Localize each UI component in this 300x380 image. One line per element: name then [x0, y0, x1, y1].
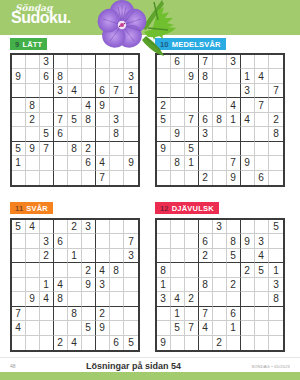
sudoku-cell-r4c1[interactable] — [12, 98, 26, 112]
sudoku-cell-r5c1: 1 — [157, 278, 171, 292]
sudoku-cell-r8c1[interactable] — [157, 156, 171, 170]
sudoku-cell-r9c6[interactable] — [82, 336, 96, 350]
sudoku-cell-r3c2[interactable] — [26, 84, 40, 98]
sudoku-cell-r8c7[interactable] — [241, 321, 255, 335]
sudoku-cell-r1c7[interactable] — [241, 55, 255, 69]
sudoku-cell-r4c8: 7 — [255, 98, 269, 112]
sudoku-cell-r8c6: 6 — [82, 156, 96, 170]
sudoku-cell-r8c1: 4 — [12, 321, 26, 335]
sudoku-cell-r1c3[interactable] — [40, 220, 54, 234]
sudoku-cell-r4c4[interactable] — [199, 263, 213, 277]
sudoku-cell-r2c7[interactable] — [96, 69, 110, 83]
sudoku-cell-r1c4[interactable] — [199, 220, 213, 234]
sudoku-cell-r8c5[interactable] — [213, 156, 227, 170]
sudoku-cell-r9c3[interactable] — [185, 336, 199, 350]
sudoku-cell-r7c3[interactable] — [40, 307, 54, 321]
sudoku-cell-r1c2[interactable] — [26, 55, 40, 69]
sudoku-cell-r9c3[interactable] — [185, 171, 199, 185]
sudoku-cell-r4c6: 4 — [82, 98, 96, 112]
sudoku-cell-r2c9[interactable] — [269, 69, 283, 83]
sudoku-cell-r7c1[interactable] — [157, 307, 171, 321]
sudoku-cell-r9c9[interactable] — [269, 336, 283, 350]
sudoku-cell-r1c8[interactable] — [255, 220, 269, 234]
sudoku-cell-r6c2: 9 — [171, 127, 185, 141]
sudoku-grid-djavulsk: 356893254825118233428176574192 — [155, 218, 285, 352]
sudoku-cell-r3c2[interactable] — [171, 249, 185, 263]
sudoku-cell-r5c6: 2 — [227, 278, 241, 292]
sudoku-cell-r2c1[interactable] — [157, 234, 171, 248]
sudoku-cell-r6c8[interactable] — [255, 127, 269, 141]
sudoku-cell-r8c8[interactable] — [255, 321, 269, 335]
sudoku-cell-r7c5: 8 — [68, 142, 82, 156]
sudoku-cell-r4c9[interactable] — [124, 98, 138, 112]
sudoku-cell-r2c8: 4 — [255, 69, 269, 83]
sudoku-cell-r8c6: 7 — [227, 156, 241, 170]
sudoku-cell-r4c1[interactable] — [12, 263, 26, 277]
sudoku-cell-r7c8[interactable] — [255, 142, 269, 156]
sudoku-cell-r9c2[interactable] — [26, 171, 40, 185]
sudoku-cell-r2c5[interactable] — [68, 234, 82, 248]
sudoku-cell-r7c5[interactable] — [213, 307, 227, 321]
sudoku-cell-r8c8[interactable] — [110, 156, 124, 170]
difficulty-label: SVÅR — [26, 204, 48, 213]
sudoku-cell-r8c5[interactable] — [68, 156, 82, 170]
sudoku-cell-r9c7[interactable] — [241, 171, 255, 185]
sudoku-cell-r1c7[interactable] — [241, 220, 255, 234]
sudoku-cell-r6c4[interactable] — [199, 292, 213, 306]
sudoku-cell-r9c9: 5 — [124, 336, 138, 350]
sudoku-cell-r6c5[interactable] — [213, 292, 227, 306]
sudoku-cell-r8c6: 1 — [227, 321, 241, 335]
sudoku-cell-r8c9[interactable] — [124, 321, 138, 335]
sudoku-cell-r1c8[interactable] — [110, 220, 124, 234]
sudoku-cell-r4c7[interactable] — [241, 98, 255, 112]
sudoku-cell-r2c6: 8 — [227, 234, 241, 248]
sudoku-cell-r3c7: 6 — [96, 84, 110, 98]
sudoku-cell-r6c7[interactable] — [241, 127, 255, 141]
sudoku-cell-r9c2[interactable] — [26, 336, 40, 350]
sudoku-cell-r9c2[interactable] — [171, 336, 185, 350]
sudoku-cell-r2c3[interactable] — [185, 234, 199, 248]
sudoku-cell-r4c5[interactable] — [68, 263, 82, 277]
sudoku-cell-r2c9[interactable] — [269, 234, 283, 248]
sudoku-cell-r5c1[interactable] — [12, 113, 26, 127]
sudoku-cell-r7c8[interactable] — [110, 307, 124, 321]
sudoku-cell-r9c3[interactable] — [40, 336, 54, 350]
sudoku-cell-r8c1[interactable] — [157, 321, 171, 335]
sudoku-cell-r6c2: 9 — [26, 292, 40, 306]
sudoku-cell-r3c5[interactable] — [213, 249, 227, 263]
sudoku-cell-r1c5[interactable] — [68, 55, 82, 69]
sudoku-cell-r7c3: 5 — [185, 142, 199, 156]
sudoku-cell-r4c2[interactable] — [26, 263, 40, 277]
sudoku-cell-r4c6: 4 — [227, 98, 241, 112]
sudoku-cell-r7c3: 7 — [40, 142, 54, 156]
sudoku-cell-r7c4: 7 — [199, 307, 213, 321]
sudoku-cell-r3c8: 7 — [110, 84, 124, 98]
sudoku-cell-r3c3[interactable] — [40, 84, 54, 98]
puzzle-number: 9 — [15, 40, 19, 49]
sudoku-cell-r6c3: 4 — [40, 292, 54, 306]
sudoku-cell-r3c2[interactable] — [26, 249, 40, 263]
sudoku-cell-r7c5[interactable] — [213, 142, 227, 156]
sudoku-cell-r4c5[interactable] — [213, 98, 227, 112]
sudoku-cell-r1c3: 3 — [40, 55, 54, 69]
sudoku-cell-r3c4[interactable] — [199, 84, 213, 98]
sudoku-cell-r1c5: 2 — [68, 220, 82, 234]
sudoku-cell-r2c7[interactable] — [96, 234, 110, 248]
page-number: 48 — [10, 363, 16, 369]
sudoku-cell-r6c9[interactable] — [124, 292, 138, 306]
sudoku-cell-r9c7[interactable] — [96, 336, 110, 350]
sudoku-cell-r6c8: 8 — [110, 127, 124, 141]
sudoku-cell-r5c7: 4 — [241, 113, 255, 127]
sudoku-cell-r3c4: 3 — [54, 84, 68, 98]
sudoku-cell-r7c9[interactable] — [269, 307, 283, 321]
sudoku-cell-r9c1[interactable] — [12, 336, 26, 350]
sudoku-cell-r1c4[interactable] — [54, 220, 68, 234]
sudoku-cell-r7c4[interactable] — [54, 142, 68, 156]
sudoku-cell-r7c9[interactable] — [124, 142, 138, 156]
sudoku-cell-r2c1: 9 — [12, 69, 26, 83]
sudoku-cell-r4c8[interactable] — [110, 98, 124, 112]
sudoku-cell-r5c8[interactable] — [110, 278, 124, 292]
sudoku-cell-r4c4[interactable] — [54, 98, 68, 112]
sudoku-cell-r3c6[interactable] — [82, 249, 96, 263]
sudoku-cell-r6c6[interactable] — [82, 292, 96, 306]
sudoku-cell-r8c9: 9 — [124, 156, 138, 170]
sudoku-cell-r4c7: 9 — [96, 98, 110, 112]
sudoku-cell-r6c9[interactable] — [124, 127, 138, 141]
sudoku-cell-r5c4: 7 — [54, 113, 68, 127]
sudoku-cell-r4c9[interactable] — [269, 98, 283, 112]
sudoku-cell-r7c2[interactable] — [171, 142, 185, 156]
sudoku-cell-r8c5[interactable] — [68, 321, 82, 335]
sudoku-cell-r4c3[interactable] — [185, 263, 199, 277]
sudoku-cell-r4c8: 8 — [110, 263, 124, 277]
sudoku-cell-r7c8[interactable] — [110, 142, 124, 156]
sudoku-cell-r2c8: 3 — [255, 234, 269, 248]
sudoku-cell-r6c7[interactable] — [241, 292, 255, 306]
sudoku-grid-latt: 3968334671849275835685978216497 — [10, 53, 140, 187]
sudoku-cell-r3c8: 4 — [255, 249, 269, 263]
sudoku-cell-r3c8[interactable] — [110, 249, 124, 263]
sudoku-cell-r6c4: 6 — [54, 127, 68, 141]
sudoku-cell-r5c2[interactable] — [171, 278, 185, 292]
sudoku-cell-r9c6[interactable] — [82, 171, 96, 185]
badge-djavulsk: 12 DJÄVULSK — [155, 202, 219, 214]
sudoku-cell-r5c8[interactable] — [255, 278, 269, 292]
sudoku-cell-r3c1[interactable] — [12, 84, 26, 98]
sudoku-cell-r5c5: 5 — [68, 113, 82, 127]
sudoku-cell-r7c5: 8 — [68, 307, 82, 321]
sudoku-cell-r1c9[interactable] — [124, 220, 138, 234]
sudoku-cell-r8c9[interactable] — [269, 321, 283, 335]
sudoku-cell-r3c9: 1 — [124, 84, 138, 98]
sudoku-cell-r6c2[interactable] — [26, 127, 40, 141]
sudoku-cell-r2c8[interactable] — [110, 234, 124, 248]
sudoku-cell-r3c5[interactable] — [213, 84, 227, 98]
sudoku-cell-r4c3[interactable] — [40, 98, 54, 112]
sudoku-cell-r7c7[interactable] — [96, 142, 110, 156]
sudoku-cell-r1c3[interactable] — [185, 220, 199, 234]
sudoku-cell-r5c3: 7 — [185, 113, 199, 127]
sudoku-cell-r3c7[interactable] — [96, 249, 110, 263]
sudoku-cell-r1c8[interactable] — [255, 55, 269, 69]
sudoku-cell-r4c3[interactable] — [40, 263, 54, 277]
sudoku-cell-r3c6: 5 — [227, 249, 241, 263]
sudoku-cell-r8c7: 9 — [96, 321, 110, 335]
sudoku-cell-r1c6: 3 — [82, 220, 96, 234]
sudoku-cell-r7c7[interactable] — [241, 142, 255, 156]
flower-image — [84, 0, 178, 60]
sudoku-cell-r3c7[interactable] — [241, 249, 255, 263]
sudoku-cell-r6c7[interactable] — [96, 292, 110, 306]
sudoku-cell-r5c1: 5 — [157, 113, 171, 127]
sudoku-cell-r6c8[interactable] — [255, 292, 269, 306]
puzzle-number: 12 — [160, 204, 169, 213]
sudoku-grid-svar: 542336721324814939487824592465 — [10, 218, 140, 352]
sudoku-cell-r3c6[interactable] — [82, 84, 96, 98]
sudoku-cell-r3c5: 1 — [68, 249, 82, 263]
sudoku-cell-r4c6[interactable] — [227, 263, 241, 277]
sudoku-cell-r8c4[interactable] — [54, 156, 68, 170]
difficulty-label: DJÄVULSK — [172, 204, 214, 213]
difficulty-label: MEDELSVÅR — [172, 40, 221, 49]
sudoku-cell-r2c1[interactable] — [157, 69, 171, 83]
sudoku-cell-r6c6[interactable] — [82, 127, 96, 141]
sudoku-cell-r7c7: 2 — [96, 307, 110, 321]
sudoku-cell-r1c1[interactable] — [157, 220, 171, 234]
sudoku-cell-r3c6[interactable] — [227, 84, 241, 98]
issue-info: SÖNDAG • 05/2023 — [251, 364, 290, 369]
sudoku-cell-r5c7[interactable] — [96, 113, 110, 127]
sudoku-cell-r9c1[interactable] — [12, 171, 26, 185]
sudoku-cell-r3c2[interactable] — [171, 84, 185, 98]
sudoku-cell-r8c7: 9 — [241, 156, 255, 170]
sudoku-cell-r1c6[interactable] — [227, 220, 241, 234]
sudoku-cell-r7c6: 2 — [82, 142, 96, 156]
sudoku-cell-r9c9[interactable] — [269, 171, 283, 185]
sudoku-cell-r8c1: 1 — [12, 156, 26, 170]
sudoku-cell-r5c9[interactable] — [124, 113, 138, 127]
sudoku-cell-r5c4: 4 — [54, 278, 68, 292]
sudoku-cell-r5c4: 6 — [199, 113, 213, 127]
sudoku-cell-r9c5[interactable] — [68, 171, 82, 185]
sudoku-cell-r7c7[interactable] — [241, 307, 255, 321]
badge-latt: 9 LÄTT — [10, 38, 47, 50]
sudoku-cell-r7c3[interactable] — [185, 307, 199, 321]
sudoku-cell-r1c1[interactable] — [12, 55, 26, 69]
sudoku-cell-r6c5[interactable] — [213, 127, 227, 141]
sudoku-cell-r8c2[interactable] — [26, 321, 40, 335]
sudoku-cell-r3c1[interactable] — [12, 249, 26, 263]
sudoku-cell-r2c2[interactable] — [171, 69, 185, 83]
sudoku-cell-r3c9[interactable] — [269, 249, 283, 263]
sudoku-cell-r3c1[interactable] — [157, 249, 171, 263]
sudoku-cell-r3c8[interactable] — [255, 84, 269, 98]
sudoku-cell-r3c3[interactable] — [185, 84, 199, 98]
sudoku-cell-r9c5: 4 — [68, 336, 82, 350]
sudoku-cell-r7c9[interactable] — [269, 142, 283, 156]
sudoku-cell-r5c6: 9 — [82, 278, 96, 292]
sudoku-cell-r6c4: 3 — [199, 127, 213, 141]
sudoku-cell-r8c2: 5 — [171, 321, 185, 335]
sudoku-cell-r4c5[interactable] — [213, 263, 227, 277]
sudoku-cell-r4c7: 2 — [241, 263, 255, 277]
sudoku-cell-r3c4[interactable] — [54, 249, 68, 263]
sudoku-cell-r2c1[interactable] — [12, 234, 26, 248]
sudoku-cell-r5c9[interactable] — [124, 278, 138, 292]
sudoku-cell-r4c2[interactable] — [171, 263, 185, 277]
sudoku-cell-r2c6[interactable] — [227, 69, 241, 83]
sudoku-cell-r9c2[interactable] — [171, 171, 185, 185]
sudoku-cell-r5c1[interactable] — [12, 278, 26, 292]
sudoku-cell-r5c2[interactable] — [26, 278, 40, 292]
sudoku-cell-r9c1: 9 — [157, 336, 171, 350]
sudoku-cell-r2c2[interactable] — [171, 234, 185, 248]
footer: 48 Lösningar på sidan 54 SÖNDAG • 05/202… — [0, 357, 300, 371]
sudoku-cell-r4c6: 2 — [82, 263, 96, 277]
sudoku-cell-r9c8[interactable] — [255, 336, 269, 350]
sudoku-cell-r9c3[interactable] — [40, 171, 54, 185]
sudoku-cell-r5c9: 2 — [269, 113, 283, 127]
sudoku-cell-r8c2[interactable] — [26, 156, 40, 170]
sudoku-cell-r8c4[interactable] — [199, 156, 213, 170]
sudoku-cell-r9c5[interactable] — [213, 171, 227, 185]
sudoku-cell-r2c5[interactable] — [213, 234, 227, 248]
sudoku-cell-r1c4: 7 — [199, 55, 213, 69]
sudoku-cell-r9c7[interactable] — [241, 336, 255, 350]
sudoku-cell-r2c3: 6 — [40, 69, 54, 83]
sudoku-cell-r2c2[interactable] — [26, 69, 40, 83]
sudoku-cell-r2c8[interactable] — [110, 69, 124, 83]
sudoku-cell-r9c6: 9 — [227, 171, 241, 185]
sudoku-cell-r2c6[interactable] — [82, 234, 96, 248]
sudoku-cell-r7c8[interactable] — [255, 307, 269, 321]
sudoku-cell-r7c1: 5 — [12, 142, 26, 156]
sudoku-cell-r3c1[interactable] — [157, 84, 171, 98]
sudoku-cell-r6c7[interactable] — [96, 127, 110, 141]
sudoku-cell-r4c5[interactable] — [68, 98, 82, 112]
sudoku-cell-r8c9[interactable] — [269, 156, 283, 170]
sudoku-cell-r6c1[interactable] — [12, 292, 26, 306]
sudoku-cell-r5c5: 8 — [213, 113, 227, 127]
sudoku-cell-r2c4: 6 — [199, 234, 213, 248]
sudoku-cell-r7c4[interactable] — [199, 142, 213, 156]
sudoku-cell-r8c4[interactable] — [54, 321, 68, 335]
sudoku-cell-r4c9: 1 — [269, 263, 283, 277]
sudoku-cell-r6c2: 4 — [171, 292, 185, 306]
sudoku-cell-r5c6: 8 — [82, 113, 96, 127]
sudoku-cell-r7c9[interactable] — [124, 307, 138, 321]
sudoku-cell-r6c3[interactable] — [185, 127, 199, 141]
sudoku-cell-r8c3: 1 — [185, 156, 199, 170]
sudoku-cell-r9c4[interactable] — [199, 336, 213, 350]
sudoku-cell-r3c5: 4 — [68, 84, 82, 98]
sudoku-cell-r4c4[interactable] — [54, 263, 68, 277]
sudoku-cell-r9c8[interactable] — [110, 171, 124, 185]
sudoku-cell-r7c4[interactable] — [54, 307, 68, 321]
sudoku-cell-r9c6[interactable] — [227, 336, 241, 350]
sudoku-cell-r6c6[interactable] — [227, 127, 241, 141]
sudoku-cell-r7c2[interactable] — [26, 307, 40, 321]
sudoku-cell-r8c5[interactable] — [213, 321, 227, 335]
sudoku-cell-r6c9: 8 — [269, 292, 283, 306]
sudoku-cell-r2c6[interactable] — [82, 69, 96, 83]
badge-svar: 11 SVÅR — [10, 202, 53, 214]
sudoku-cell-r8c3[interactable] — [40, 321, 54, 335]
sudoku-cell-r9c9[interactable] — [124, 171, 138, 185]
difficulty-label: LÄTT — [22, 40, 42, 49]
sudoku-cell-r4c1: 8 — [157, 263, 171, 277]
sudoku-cell-r1c2[interactable] — [171, 220, 185, 234]
sudoku-cell-r9c4[interactable] — [54, 171, 68, 185]
sudoku-cell-r1c1: 5 — [12, 220, 26, 234]
sudoku-cell-r2c4: 8 — [54, 69, 68, 83]
sudoku-cell-r2c2[interactable] — [26, 234, 40, 248]
sudoku-cell-r5c4: 8 — [199, 278, 213, 292]
sudoku-cell-r2c5[interactable] — [68, 69, 82, 83]
sudoku-cell-r7c2: 9 — [26, 142, 40, 156]
sudoku-cell-r5c2[interactable] — [171, 113, 185, 127]
sudoku-cell-r5c3[interactable] — [185, 278, 199, 292]
sudoku-cell-r6c1[interactable] — [157, 127, 171, 141]
sudoku-cell-r9c1[interactable] — [157, 171, 171, 185]
sudoku-cell-r9c8: 6 — [110, 336, 124, 350]
sudoku-cell-r6c5[interactable] — [68, 292, 82, 306]
sudoku-cell-r4c9[interactable] — [124, 263, 138, 277]
sudoku-cell-r6c5[interactable] — [68, 127, 82, 141]
sudoku-cell-r4c4[interactable] — [199, 98, 213, 112]
sudoku-cell-r4c2[interactable] — [171, 98, 185, 112]
sudoku-cell-r2c5[interactable] — [213, 69, 227, 83]
sudoku-cell-r3c4: 2 — [199, 249, 213, 263]
sudoku-cell-r4c3[interactable] — [185, 98, 199, 112]
sudoku-cell-r7c6[interactable] — [227, 142, 241, 156]
sudoku-cell-r8c8[interactable] — [255, 156, 269, 170]
sudoku-cell-r8c8[interactable] — [110, 321, 124, 335]
sudoku-cell-r6c1[interactable] — [12, 127, 26, 141]
sudoku-cell-r6c9: 8 — [269, 127, 283, 141]
sudoku-cell-r9c4: 2 — [54, 336, 68, 350]
sudoku-cell-r6c6[interactable] — [227, 292, 241, 306]
sudoku-cell-r1c5: 3 — [213, 220, 227, 234]
sudoku-cell-r3c3[interactable] — [185, 249, 199, 263]
sudoku-cell-r1c4[interactable] — [54, 55, 68, 69]
sudoku-cell-r6c8[interactable] — [110, 292, 124, 306]
sudoku-cell-r1c9[interactable] — [269, 55, 283, 69]
sudoku-grid-medelsvar: 6739814372475768142938958179296 — [155, 53, 285, 187]
sudoku-cell-r9c7: 7 — [96, 171, 110, 185]
sudoku-cell-r8c6: 5 — [82, 321, 96, 335]
sudoku-cell-r5c5[interactable] — [68, 278, 82, 292]
sudoku-cell-r3c9: 7 — [269, 84, 283, 98]
sudoku-cell-r1c3[interactable] — [185, 55, 199, 69]
sudoku-cell-r5c3[interactable] — [40, 113, 54, 127]
sudoku-cell-r5c5[interactable] — [213, 278, 227, 292]
sudoku-cell-r1c5[interactable] — [213, 55, 227, 69]
sudoku-cell-r8c7: 4 — [96, 156, 110, 170]
sudoku-cell-r5c8: 3 — [110, 113, 124, 127]
sudoku-cell-r3c9: 3 — [124, 249, 138, 263]
sudoku-cell-r1c7[interactable] — [96, 220, 110, 234]
sudoku-cell-r5c7[interactable] — [241, 278, 255, 292]
sudoku-cell-r8c3[interactable] — [40, 156, 54, 170]
sudoku-cell-r5c8[interactable] — [255, 113, 269, 127]
sudoku-cell-r6c3: 2 — [185, 292, 199, 306]
sudoku-cell-r7c6[interactable] — [82, 307, 96, 321]
